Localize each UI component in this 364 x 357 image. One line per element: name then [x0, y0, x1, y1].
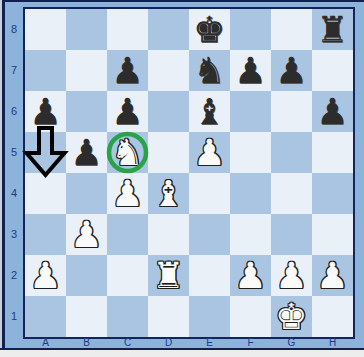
square-h7[interactable] [312, 50, 353, 91]
white-bishop-d4[interactable]: ♝ [152, 173, 184, 214]
black-pawn-c7[interactable]: ♟ [111, 50, 143, 91]
file-label-b: B [66, 338, 107, 348]
black-king-e8[interactable]: ♚ [193, 9, 225, 50]
square-d5[interactable] [148, 132, 189, 173]
square-c2[interactable] [107, 255, 148, 296]
square-e1[interactable] [189, 296, 230, 337]
square-a4[interactable] [25, 173, 66, 214]
white-pawn-g2[interactable]: ♟ [275, 255, 307, 296]
square-b1[interactable] [66, 296, 107, 337]
square-d7[interactable] [148, 50, 189, 91]
square-b5[interactable]: ♟ [66, 132, 107, 173]
white-king-g1[interactable]: ♚ [275, 296, 307, 337]
white-pawn-a2[interactable]: ♟ [29, 255, 61, 296]
square-h6[interactable]: ♟ [312, 91, 353, 132]
square-h5[interactable] [312, 132, 353, 173]
file-labels: ABCDEFGH [25, 338, 353, 348]
square-b2[interactable] [66, 255, 107, 296]
square-h8[interactable]: ♜ [312, 9, 353, 50]
black-pawn-b5[interactable]: ♟ [70, 132, 102, 173]
square-h1[interactable] [312, 296, 353, 337]
window-top-border [0, 0, 364, 2]
rank-labels: 87654321 [5, 9, 23, 337]
square-d2[interactable]: ♜ [148, 255, 189, 296]
black-pawn-h6[interactable]: ♟ [316, 91, 348, 132]
square-c6[interactable]: ♟ [107, 91, 148, 132]
rank-label-7: 7 [5, 50, 23, 91]
square-f8[interactable] [230, 9, 271, 50]
file-label-f: F [230, 338, 271, 348]
square-f1[interactable] [230, 296, 271, 337]
white-knight-c5[interactable]: ♞ [111, 132, 143, 173]
square-b8[interactable] [66, 9, 107, 50]
white-pawn-f2[interactable]: ♟ [234, 255, 266, 296]
file-label-c: C [107, 338, 148, 348]
rank-label-4: 4 [5, 173, 23, 214]
file-label-g: G [271, 338, 312, 348]
square-e2[interactable] [189, 255, 230, 296]
square-e5[interactable]: ♟ [189, 132, 230, 173]
chess-board: ♚♜♟♞♟♟♟♟♝♟♟♞♟♟♝♟♟♜♟♟♟♚ [23, 7, 355, 339]
square-f7[interactable]: ♟ [230, 50, 271, 91]
black-pawn-a6[interactable]: ♟ [29, 91, 61, 132]
square-g1[interactable]: ♚ [271, 296, 312, 337]
square-f4[interactable] [230, 173, 271, 214]
square-g3[interactable] [271, 214, 312, 255]
square-a3[interactable] [25, 214, 66, 255]
square-a7[interactable] [25, 50, 66, 91]
rank-label-5: 5 [5, 132, 23, 173]
file-label-h: H [312, 338, 353, 348]
square-g8[interactable] [271, 9, 312, 50]
file-label-a: A [25, 338, 66, 348]
square-c7[interactable]: ♟ [107, 50, 148, 91]
white-pawn-h2[interactable]: ♟ [316, 255, 348, 296]
file-label-e: E [189, 338, 230, 348]
black-knight-e7[interactable]: ♞ [193, 50, 225, 91]
square-h4[interactable] [312, 173, 353, 214]
square-e8[interactable]: ♚ [189, 9, 230, 50]
square-b4[interactable] [66, 173, 107, 214]
rank-label-8: 8 [5, 9, 23, 50]
square-a8[interactable] [25, 9, 66, 50]
square-a1[interactable] [25, 296, 66, 337]
square-f6[interactable] [230, 91, 271, 132]
square-c4[interactable]: ♟ [107, 173, 148, 214]
square-d8[interactable] [148, 9, 189, 50]
rank-label-6: 6 [5, 91, 23, 132]
square-a2[interactable]: ♟ [25, 255, 66, 296]
square-f2[interactable]: ♟ [230, 255, 271, 296]
square-b7[interactable] [66, 50, 107, 91]
square-f3[interactable] [230, 214, 271, 255]
square-h3[interactable] [312, 214, 353, 255]
rank-label-3: 3 [5, 214, 23, 255]
square-e6[interactable]: ♝ [189, 91, 230, 132]
square-d4[interactable]: ♝ [148, 173, 189, 214]
white-pawn-e5[interactable]: ♟ [193, 132, 225, 173]
square-e3[interactable] [189, 214, 230, 255]
square-g5[interactable] [271, 132, 312, 173]
square-c3[interactable] [107, 214, 148, 255]
square-g2[interactable]: ♟ [271, 255, 312, 296]
file-label-d: D [148, 338, 189, 348]
square-c8[interactable] [107, 9, 148, 50]
square-d1[interactable] [148, 296, 189, 337]
square-b3[interactable]: ♟ [66, 214, 107, 255]
white-pawn-b3[interactable]: ♟ [70, 214, 102, 255]
square-f5[interactable] [230, 132, 271, 173]
square-e4[interactable] [189, 173, 230, 214]
window-bottom-edge [0, 350, 364, 357]
square-a5[interactable] [25, 132, 66, 173]
rank-label-1: 1 [5, 296, 23, 337]
black-pawn-c6[interactable]: ♟ [111, 91, 143, 132]
square-a6[interactable]: ♟ [25, 91, 66, 132]
square-e7[interactable]: ♞ [189, 50, 230, 91]
black-rook-h8[interactable]: ♜ [316, 9, 348, 50]
black-bishop-e6[interactable]: ♝ [193, 91, 225, 132]
square-c1[interactable] [107, 296, 148, 337]
square-g7[interactable]: ♟ [271, 50, 312, 91]
black-pawn-g7[interactable]: ♟ [275, 50, 307, 91]
white-pawn-c4[interactable]: ♟ [111, 173, 143, 214]
square-d3[interactable] [148, 214, 189, 255]
square-d6[interactable] [148, 91, 189, 132]
white-rook-d2[interactable]: ♜ [152, 255, 184, 296]
rank-label-2: 2 [5, 255, 23, 296]
square-g6[interactable] [271, 91, 312, 132]
square-g4[interactable] [271, 173, 312, 214]
black-pawn-f7[interactable]: ♟ [234, 50, 266, 91]
square-c5[interactable]: ♞ [107, 132, 148, 173]
square-h2[interactable]: ♟ [312, 255, 353, 296]
square-b6[interactable] [66, 91, 107, 132]
